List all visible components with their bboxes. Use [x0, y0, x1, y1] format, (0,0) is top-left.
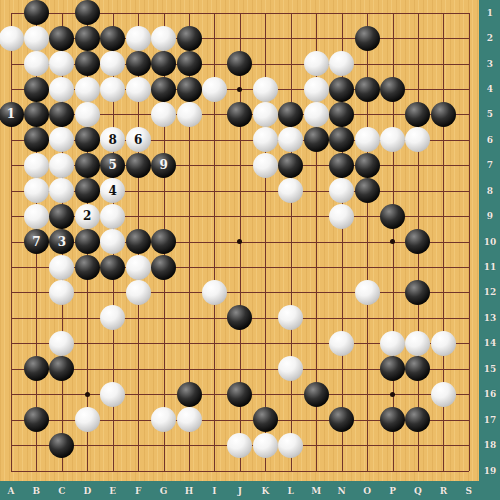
- white-stone: [151, 26, 176, 51]
- white-stone: [75, 407, 100, 432]
- black-stone: [355, 178, 380, 203]
- black-stone: 1: [0, 102, 24, 127]
- black-stone: 9: [151, 153, 176, 178]
- black-stone: [177, 26, 202, 51]
- black-stone: [75, 255, 100, 280]
- grid-line: [11, 471, 469, 472]
- white-stone: [151, 407, 176, 432]
- white-stone: [278, 305, 303, 330]
- row-label: 2: [487, 33, 493, 43]
- black-stone: [24, 127, 49, 152]
- black-stone: [227, 305, 252, 330]
- right-coordinate-strip: 12345678910111213141516171819: [479, 0, 500, 481]
- row-label: 18: [484, 440, 497, 450]
- black-stone: [151, 77, 176, 102]
- white-stone: [49, 153, 74, 178]
- black-stone: [75, 51, 100, 76]
- black-stone: [253, 407, 278, 432]
- black-stone: [278, 153, 303, 178]
- white-stone: [253, 433, 278, 458]
- col-label: K: [261, 486, 269, 496]
- white-stone: [253, 77, 278, 102]
- black-stone: [227, 382, 252, 407]
- go-diagram: 186594273 ABCDEFGHIJKLMNOPQRS 1234567891…: [0, 0, 500, 500]
- move-number: 8: [109, 134, 117, 146]
- black-stone: [380, 407, 405, 432]
- black-stone: [24, 102, 49, 127]
- white-stone: [49, 255, 74, 280]
- col-label: D: [83, 486, 91, 496]
- black-stone: [75, 153, 100, 178]
- white-stone: [278, 433, 303, 458]
- col-label: I: [212, 486, 216, 496]
- grid-line: [469, 13, 470, 471]
- white-stone: 6: [126, 127, 151, 152]
- col-label: L: [288, 486, 294, 496]
- col-label: Q: [414, 486, 422, 496]
- white-stone: [329, 204, 354, 229]
- white-stone: [304, 102, 329, 127]
- black-stone: 7: [24, 229, 49, 254]
- white-stone: [49, 77, 74, 102]
- black-stone: [227, 102, 252, 127]
- row-label: 8: [487, 186, 493, 196]
- move-number: 7: [32, 236, 40, 248]
- black-stone: [329, 153, 354, 178]
- white-stone: [177, 407, 202, 432]
- row-label: 12: [484, 287, 497, 297]
- grid-line: [11, 292, 469, 293]
- white-stone: [304, 77, 329, 102]
- white-stone: [100, 204, 125, 229]
- col-label: A: [8, 486, 15, 496]
- row-label: 5: [487, 109, 493, 119]
- grid-line: [291, 13, 292, 471]
- black-stone: [75, 26, 100, 51]
- row-label: 14: [484, 338, 497, 348]
- white-stone: [431, 331, 456, 356]
- white-stone: [100, 229, 125, 254]
- black-stone: [126, 51, 151, 76]
- white-stone: [49, 127, 74, 152]
- white-stone: [75, 77, 100, 102]
- black-stone: [405, 407, 430, 432]
- black-stone: [24, 356, 49, 381]
- white-stone: [24, 204, 49, 229]
- row-label: 4: [487, 84, 493, 94]
- white-stone: [49, 178, 74, 203]
- white-stone: [253, 127, 278, 152]
- black-stone: [405, 229, 430, 254]
- white-stone: [329, 178, 354, 203]
- black-stone: [75, 178, 100, 203]
- white-stone: [49, 51, 74, 76]
- star-point: [390, 239, 395, 244]
- black-stone: [380, 204, 405, 229]
- black-stone: [49, 356, 74, 381]
- row-label: 16: [484, 389, 497, 399]
- white-stone: [126, 77, 151, 102]
- black-stone: [75, 0, 100, 25]
- white-stone: 2: [75, 204, 100, 229]
- white-stone: [355, 280, 380, 305]
- black-stone: [405, 280, 430, 305]
- white-stone: [405, 331, 430, 356]
- white-stone: [278, 178, 303, 203]
- white-stone: [227, 433, 252, 458]
- white-stone: [405, 127, 430, 152]
- white-stone: [100, 77, 125, 102]
- white-stone: [253, 102, 278, 127]
- black-stone: [24, 77, 49, 102]
- bottom-coordinate-strip: ABCDEFGHIJKLMNOPQRS: [0, 481, 500, 500]
- white-stone: [126, 280, 151, 305]
- white-stone: [278, 356, 303, 381]
- col-label: N: [338, 486, 346, 496]
- black-stone: [329, 127, 354, 152]
- go-board[interactable]: 186594273: [0, 0, 479, 481]
- row-label: 15: [484, 364, 497, 374]
- col-label: C: [58, 486, 65, 496]
- black-stone: [49, 26, 74, 51]
- white-stone: [431, 382, 456, 407]
- black-stone: 5: [100, 153, 125, 178]
- col-label: B: [33, 486, 41, 496]
- white-stone: [253, 153, 278, 178]
- black-stone: [24, 0, 49, 25]
- black-stone: [151, 255, 176, 280]
- black-stone: [177, 382, 202, 407]
- black-stone: [329, 407, 354, 432]
- white-stone: [0, 26, 24, 51]
- black-stone: [431, 102, 456, 127]
- col-label: R: [440, 486, 447, 496]
- row-label: 11: [484, 262, 497, 272]
- black-stone: [304, 382, 329, 407]
- col-label: M: [311, 486, 321, 496]
- row-label: 19: [484, 466, 497, 476]
- row-label: 17: [484, 415, 497, 425]
- col-label: H: [185, 486, 194, 496]
- black-stone: [126, 229, 151, 254]
- white-stone: [355, 127, 380, 152]
- black-stone: [49, 102, 74, 127]
- row-label: 9: [487, 211, 493, 221]
- row-label: 13: [484, 313, 497, 323]
- move-number: 4: [109, 185, 117, 197]
- white-stone: [100, 305, 125, 330]
- col-label: G: [160, 486, 168, 496]
- white-stone: [177, 102, 202, 127]
- white-stone: [100, 382, 125, 407]
- white-stone: [126, 26, 151, 51]
- white-stone: [24, 51, 49, 76]
- black-stone: [24, 407, 49, 432]
- black-stone: [49, 433, 74, 458]
- white-stone: [24, 153, 49, 178]
- move-number: 6: [134, 134, 142, 146]
- star-point: [237, 239, 242, 244]
- black-stone: [126, 153, 151, 178]
- move-number: 2: [83, 210, 91, 222]
- black-stone: [177, 77, 202, 102]
- white-stone: [304, 51, 329, 76]
- black-stone: [329, 102, 354, 127]
- move-number: 1: [7, 108, 15, 120]
- row-label: 3: [487, 59, 493, 69]
- white-stone: [49, 280, 74, 305]
- white-stone: 4: [100, 178, 125, 203]
- black-stone: [100, 26, 125, 51]
- white-stone: [24, 178, 49, 203]
- black-stone: [177, 51, 202, 76]
- row-label: 6: [487, 135, 493, 145]
- black-stone: [227, 51, 252, 76]
- white-stone: [151, 102, 176, 127]
- white-stone: [329, 51, 354, 76]
- move-number: 5: [109, 159, 117, 171]
- black-stone: [75, 229, 100, 254]
- col-label: O: [363, 486, 371, 496]
- black-stone: [329, 77, 354, 102]
- black-stone: [151, 51, 176, 76]
- row-label: 10: [484, 237, 497, 247]
- star-point: [237, 87, 242, 92]
- black-stone: [380, 356, 405, 381]
- black-stone: [355, 153, 380, 178]
- white-stone: [49, 331, 74, 356]
- black-stone: [75, 127, 100, 152]
- white-stone: [24, 26, 49, 51]
- black-stone: [355, 26, 380, 51]
- col-label: F: [135, 486, 141, 496]
- black-stone: [355, 77, 380, 102]
- white-stone: [329, 331, 354, 356]
- white-stone: [75, 102, 100, 127]
- black-stone: [405, 102, 430, 127]
- col-label: S: [466, 486, 473, 496]
- black-stone: [380, 77, 405, 102]
- black-stone: 3: [49, 229, 74, 254]
- col-label: E: [109, 486, 116, 496]
- row-label: 1: [487, 8, 493, 18]
- col-label: J: [238, 486, 242, 496]
- white-stone: [202, 77, 227, 102]
- move-number: 3: [58, 236, 66, 248]
- col-label: P: [389, 486, 396, 496]
- black-stone: [304, 127, 329, 152]
- black-stone: [100, 255, 125, 280]
- black-stone: [151, 229, 176, 254]
- white-stone: [380, 331, 405, 356]
- white-stone: [126, 255, 151, 280]
- black-stone: [49, 204, 74, 229]
- white-stone: [278, 127, 303, 152]
- white-stone: 8: [100, 127, 125, 152]
- black-stone: [405, 356, 430, 381]
- row-label: 7: [487, 160, 493, 170]
- star-point: [390, 392, 395, 397]
- white-stone: [202, 280, 227, 305]
- star-point: [85, 392, 90, 397]
- move-number: 9: [159, 159, 167, 171]
- white-stone: [100, 51, 125, 76]
- white-stone: [380, 127, 405, 152]
- black-stone: [278, 102, 303, 127]
